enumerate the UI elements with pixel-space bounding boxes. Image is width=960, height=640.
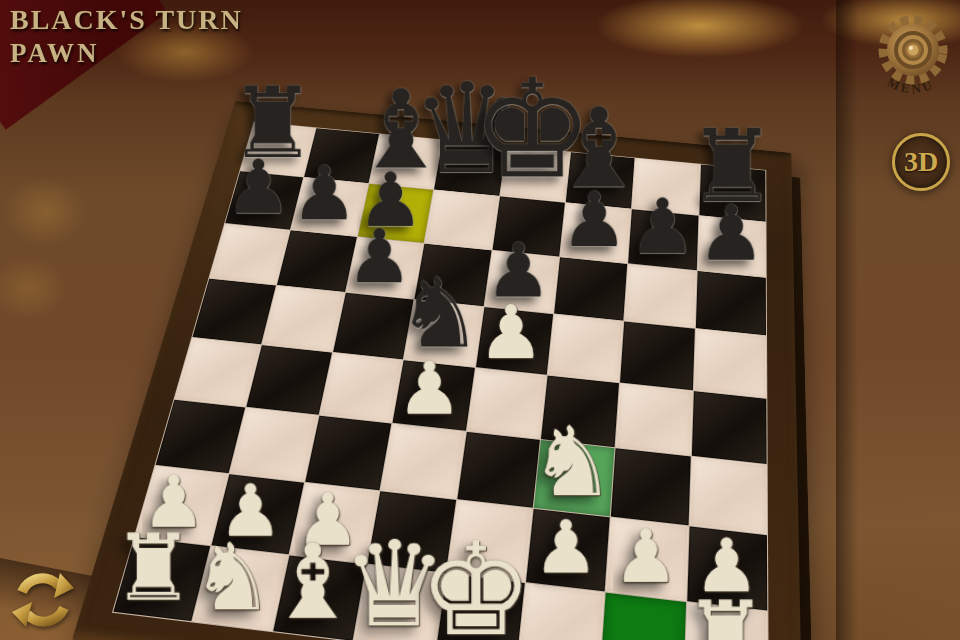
- square-a3[interactable]: [156, 400, 246, 474]
- square-e8[interactable]: ♚: [500, 146, 570, 202]
- square-e1[interactable]: ♚: [435, 574, 524, 640]
- square-b7[interactable]: ♟: [291, 178, 368, 236]
- square-h7[interactable]: ♟: [697, 216, 765, 277]
- square-g4[interactable]: [616, 383, 693, 456]
- square-c3[interactable]: [305, 416, 392, 491]
- square-f6[interactable]: [554, 257, 627, 321]
- square-f8[interactable]: ♝: [566, 152, 635, 209]
- square-e7[interactable]: [492, 197, 565, 256]
- square-h4[interactable]: [691, 391, 766, 464]
- square-h3[interactable]: [689, 456, 767, 534]
- square-b5[interactable]: [263, 286, 345, 352]
- square-c8[interactable]: ♝: [369, 134, 442, 189]
- square-b2[interactable]: ♟: [212, 474, 304, 553]
- game-screen: ♜♝♛♚♝♜♟♟♟♟♟♟♟♟♞♟♟♞♟♟♟♟♟♟♜♞♝♛♚♜ BLACK'S T…: [0, 0, 960, 640]
- menu-button[interactable]: MENU: [872, 6, 954, 110]
- square-f4[interactable]: [541, 375, 619, 447]
- square-f1[interactable]: [518, 583, 605, 640]
- square-b6[interactable]: [277, 230, 356, 292]
- square-b3[interactable]: [230, 408, 318, 482]
- square-d6[interactable]: [415, 244, 491, 307]
- square-f7[interactable]: ♟: [560, 203, 631, 263]
- piece-white-pawn: ♟: [694, 529, 760, 603]
- square-d4[interactable]: ♟: [393, 360, 475, 431]
- undo-button[interactable]: [8, 565, 78, 635]
- square-h8[interactable]: ♜: [699, 164, 765, 221]
- square-g8[interactable]: [632, 158, 700, 215]
- selected-piece-text: PAWN: [10, 38, 243, 69]
- square-h6[interactable]: [695, 271, 766, 336]
- view-3d-button[interactable]: 3D: [892, 133, 950, 191]
- square-c6[interactable]: ♟: [346, 237, 424, 299]
- square-h2[interactable]: ♟: [687, 527, 767, 610]
- piece-white-pawn: ♟: [613, 520, 679, 594]
- chess-board: ♜♝♛♚♝♜♟♟♟♟♟♟♟♟♞♟♟♞♟♟♟♟♟♟♜♞♝♛♚♜: [112, 122, 769, 640]
- rotate-arrows-icon: [8, 565, 78, 635]
- square-b1[interactable]: ♞: [193, 546, 288, 631]
- turn-indicator: BLACK'S TURN PAWN: [10, 4, 243, 69]
- square-e6[interactable]: ♟: [484, 250, 559, 313]
- square-b4[interactable]: [247, 345, 332, 415]
- view-3d-label: 3D: [904, 146, 938, 177]
- square-f5[interactable]: [548, 314, 624, 382]
- square-d1[interactable]: ♛: [354, 564, 445, 640]
- square-e3[interactable]: [457, 432, 540, 508]
- square-c1[interactable]: ♝: [273, 555, 366, 640]
- square-d5[interactable]: ♞: [404, 300, 483, 367]
- square-a6[interactable]: [209, 224, 290, 285]
- square-g7[interactable]: ♟: [628, 210, 698, 270]
- gear-icon: MENU: [872, 6, 954, 110]
- board-scene: ♜♝♛♚♝♜♟♟♟♟♟♟♟♟♞♟♟♞♟♟♟♟♟♟♜♞♝♛♚♜: [185, 77, 765, 640]
- square-b8[interactable]: [304, 128, 378, 183]
- turn-text: BLACK'S TURN: [10, 4, 243, 36]
- square-e4[interactable]: [466, 367, 546, 438]
- square-c4[interactable]: [319, 352, 402, 422]
- table-seam: [836, 0, 858, 640]
- square-f3-last-move-to[interactable]: ♞: [534, 440, 615, 517]
- square-g3[interactable]: [611, 448, 690, 525]
- square-c7-selected-piece[interactable]: ♟: [358, 184, 433, 243]
